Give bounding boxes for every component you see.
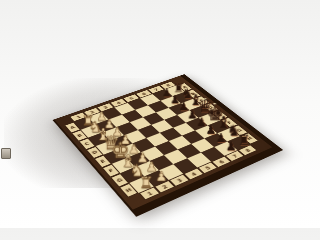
box-clasp bbox=[1, 148, 11, 159]
photo-scene: 12345678A♜♟♟♜AB♞♟♟♞BC♝♟♟♝CD♛♟♟♛DE♚♟♟♚EF♝… bbox=[0, 0, 228, 228]
black-pawn[interactable]: ♟ bbox=[223, 140, 228, 152]
white-rook[interactable]: ♜ bbox=[137, 174, 155, 190]
